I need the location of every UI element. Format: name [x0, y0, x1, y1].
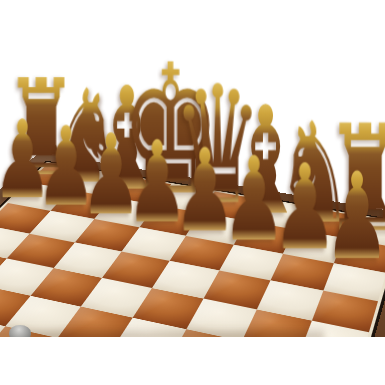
square-r4-c1[interactable] [0, 258, 54, 295]
piece-pawn[interactable]: ♟ [305, 157, 385, 277]
square-r1-c7[interactable]: ♟ [334, 238, 385, 273]
photo-bottom-crop [0, 337, 385, 385]
product-photo-scene: ♜♞♝♚♛♝♞♜♟♟♟♟♟♟♟♟ [0, 0, 385, 385]
